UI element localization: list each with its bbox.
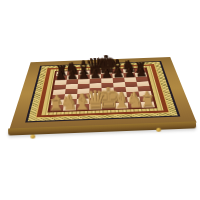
square-g1[interactable]: ♞ [128,102,142,108]
square-h7[interactable]: ♟ [135,72,147,77]
piece-black-p-e7[interactable]: ♟ [101,69,113,79]
piece-black-p-h7[interactable]: ♟ [135,67,147,77]
piece-white-n-b1[interactable]: ♞ [60,95,78,111]
board-frame-oak: ♜♞♝♛♚♝♞♜♟♟♟♟♟♟♟♟♟♟♟♟♟♟♟♟♜♞♝♛♚♝♞♜ [9,57,196,130]
board-tilt-wrapper: ♜♞♝♛♚♝♞♜♟♟♟♟♟♟♟♟♟♟♟♟♟♟♟♟♜♞♝♛♚♝♞♜ [0,0,200,200]
chess-set-photo: ♜♞♝♛♚♝♞♜♟♟♟♟♟♟♟♟♟♟♟♟♟♟♟♟♜♞♝♛♚♝♞♜ [0,0,200,200]
square-a5[interactable] [54,85,67,90]
square-a7[interactable]: ♟ [55,76,67,81]
frame-red-band: ♜♞♝♛♚♝♞♜♟♟♟♟♟♟♟♟♟♟♟♟♟♟♟♟♜♞♝♛♚♝♞♜ [35,64,170,118]
piece-white-q-d1[interactable]: ♛ [84,89,107,110]
piece-black-p-b7[interactable]: ♟ [66,70,78,80]
square-b7[interactable]: ♟ [67,75,79,80]
piece-white-n-g1[interactable]: ♞ [126,92,144,108]
piece-black-p-g7[interactable]: ♟ [124,68,136,78]
frame-inner-mosaic-band: ♜♞♝♛♚♝♞♜♟♟♟♟♟♟♟♟♟♟♟♟♟♟♟♟♜♞♝♛♚♝♞♜ [41,66,163,115]
piece-black-p-d7[interactable]: ♟ [89,69,101,79]
frame-inner-red-line: ♜♞♝♛♚♝♞♜♟♟♟♟♟♟♟♟♟♟♟♟♟♟♟♟♜♞♝♛♚♝♞♜ [47,68,157,113]
piece-black-p-a7[interactable]: ♟ [55,70,67,80]
chess-board: ♜♞♝♛♚♝♞♜♟♟♟♟♟♟♟♟♟♟♟♟♟♟♟♟♜♞♝♛♚♝♞♜ [9,57,196,130]
piece-black-p-c7[interactable]: ♟ [78,69,90,79]
square-c7[interactable]: ♟ [78,75,90,80]
square-b1[interactable]: ♞ [63,105,77,111]
checkerboard: ♜♞♝♛♚♝♞♜♟♟♟♟♟♟♟♟♟♟♟♟♟♟♟♟♜♞♝♛♚♝♞♜ [50,68,155,111]
frame-dark-band: ♜♞♝♛♚♝♞♜♟♟♟♟♟♟♟♟♟♟♟♟♟♟♟♟♜♞♝♛♚♝♞♜ [25,61,180,122]
square-d7[interactable]: ♟ [90,74,101,79]
piece-black-p-f7[interactable]: ♟ [112,68,124,78]
square-f7[interactable]: ♟ [112,73,124,78]
frame-mosaic-band: ♜♞♝♛♚♝♞♜♟♟♟♟♟♟♟♟♟♟♟♟♟♟♟♟♜♞♝♛♚♝♞♜ [28,62,178,122]
square-e7[interactable]: ♟ [101,74,113,79]
square-g7[interactable]: ♟ [124,73,136,78]
perspective-container: ♜♞♝♛♚♝♞♜♟♟♟♟♟♟♟♟♟♟♟♟♟♟♟♟♜♞♝♛♚♝♞♜ [19,5,185,171]
square-d1[interactable]: ♛ [89,104,102,110]
square-h5[interactable] [137,81,150,86]
